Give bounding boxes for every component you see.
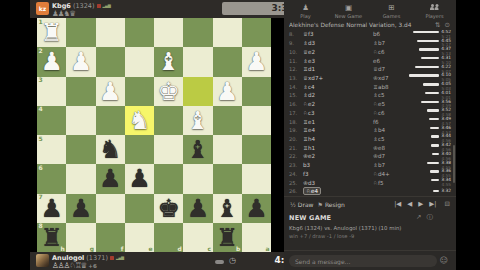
square-g3[interactable] [66, 77, 95, 106]
square-g2[interactable]: ♟ [66, 47, 95, 76]
bottom-streak-bars-icon: ▂▄▆ [116, 255, 124, 260]
zen-pill-icon[interactable] [215, 260, 224, 264]
square-d6[interactable] [154, 164, 183, 193]
resign-flag-icon: ⚑ [318, 201, 323, 208]
white-piece-c4: ♝ [187, 108, 209, 133]
square-c1[interactable] [183, 18, 212, 47]
move-row: 17.♘c3♘c63:524:58 [284, 108, 456, 117]
time-bar [419, 48, 439, 50]
square-b8[interactable]: b♜ [213, 223, 242, 252]
tab-players[interactable]: Players [413, 2, 456, 20]
move-row: 18.♖e1f63:494:57 [284, 117, 456, 126]
black-piece-f5: ♞ [99, 137, 121, 162]
square-c2[interactable] [183, 47, 212, 76]
black-move[interactable]: ♘d4+ [373, 171, 395, 177]
black-piece-h8: ♜ [40, 225, 62, 250]
square-e3[interactable] [125, 77, 154, 106]
square-a2[interactable]: ♟ [242, 47, 271, 76]
move-row: 24.f3♘d4+3:364:55 [284, 170, 456, 179]
white-move[interactable]: ♘e2 [303, 101, 373, 107]
rank-label-1: 1 [39, 19, 43, 25]
white-piece-h1: ♜ [40, 20, 62, 45]
top-captured-tray: ♟♟♞♛ [52, 9, 75, 18]
black-piece-e6: ♟ [128, 166, 150, 191]
white-move[interactable]: f3 [303, 171, 373, 177]
square-b4[interactable] [213, 106, 242, 135]
white-piece-f3: ♟ [99, 79, 121, 104]
square-h4[interactable]: 4 [37, 106, 66, 135]
app-screen: kz Kbg6 (1324) ▂▄▆ ♟♟♞♛ 3:32 1♜2♟♟♝♟3♟♚♟… [0, 0, 480, 270]
rank-label-5: 5 [39, 136, 43, 142]
black-move[interactable]: ♕d7 [373, 66, 395, 72]
draw-button[interactable]: ½ Draw [290, 201, 314, 208]
square-a7[interactable]: ♟ [242, 194, 271, 223]
black-piece-g7: ♟ [70, 196, 92, 221]
black-move[interactable]: ♗b4 [373, 127, 395, 133]
square-b1[interactable] [213, 18, 242, 47]
rank-label-2: 2 [39, 48, 43, 54]
move-list: 8.♕f3b64:525:219.♗d3♗b74:455:1710.♕e2♘c6… [284, 30, 456, 196]
black-piece-h7: ♟ [40, 196, 62, 221]
black-move[interactable]: ♖ab8 [373, 84, 395, 90]
file-label-b: b [236, 246, 240, 252]
square-d2[interactable]: ♝ [154, 47, 183, 76]
first-move-button[interactable]: |◀ [394, 201, 401, 208]
time-bar [432, 153, 439, 155]
square-c8[interactable]: c [183, 223, 212, 252]
top-flag-badge-icon [97, 4, 101, 8]
black-move[interactable]: ♗b7 [373, 162, 395, 168]
game-actions: ½ Draw ⚑ Resign |◀◀▶▶| ⊟ [284, 196, 456, 211]
move-row: 13.♕xd7+♔xd74:105:05 [284, 74, 456, 83]
playback-controls: |◀◀▶▶| [394, 201, 436, 208]
square-g4[interactable] [66, 106, 95, 135]
tab-bar: ♟Play▣New Game⊞GamesPlayers [284, 2, 456, 20]
square-h8[interactable]: 8h♜ [37, 223, 66, 252]
move-row: 9.♗d3♗b74:455:17 [284, 39, 456, 48]
square-b7[interactable]: ♝ [213, 194, 242, 223]
black-piece-f6: ♟ [99, 166, 121, 191]
new-game-section: NEW GAME ↗ ⓘ Kbg6 (1324) vs. Anulogol (1… [289, 213, 451, 239]
black-piece-a7: ♟ [245, 196, 267, 221]
black-move[interactable]: ♘c6 [373, 110, 395, 116]
rank-label-8: 8 [39, 223, 43, 229]
square-g1[interactable] [66, 18, 95, 47]
rank-label-3: 3 [39, 77, 43, 83]
black-move[interactable]: b6 [373, 31, 395, 37]
square-g6[interactable] [66, 164, 95, 193]
square-f3[interactable]: ♟ [96, 77, 125, 106]
white-move[interactable]: ♗d3 [303, 40, 373, 46]
square-g5[interactable] [66, 135, 95, 164]
square-e5[interactable] [125, 135, 154, 164]
white-move[interactable]: ♘e4 [303, 187, 373, 195]
move-row: 12.♖d1♕d74:225:07 [284, 65, 456, 74]
file-label-c: c [207, 246, 211, 252]
white-move[interactable]: ♔e2 [303, 153, 373, 159]
black-piece-b7: ♝ [216, 196, 238, 221]
square-f5[interactable]: ♞ [96, 135, 125, 164]
square-c3[interactable] [183, 77, 212, 106]
time-bar [429, 118, 439, 120]
time-bar [431, 135, 439, 137]
black-move[interactable]: ♘e5 [373, 101, 395, 107]
square-a4[interactable] [242, 106, 271, 135]
white-move[interactable]: ♗d2 [303, 92, 373, 98]
top-player-rating: (1324) [73, 2, 95, 10]
add-time-icon[interactable]: ◷ [229, 256, 236, 265]
bottom-avatar[interactable] [36, 254, 49, 267]
square-e6[interactable]: ♟ [125, 164, 154, 193]
square-d3[interactable]: ♚ [154, 77, 183, 106]
square-a5[interactable] [242, 135, 271, 164]
square-c6[interactable] [183, 164, 212, 193]
time-bar [430, 170, 439, 172]
square-e2[interactable] [125, 47, 154, 76]
material-score: +6 [88, 263, 96, 269]
square-e1[interactable] [125, 18, 154, 47]
chess-board: 1♜2♟♟♝♟3♟♚♟4♞♝5♞♝6♟♟7♟♟♚♟♝♟8h♜gfedcb♜a [37, 18, 271, 252]
square-d1[interactable] [154, 18, 183, 47]
square-c5[interactable]: ♝ [183, 135, 212, 164]
square-a1[interactable] [242, 18, 271, 47]
white-piece-b3: ♟ [216, 79, 238, 104]
black-move[interactable]: ♘f5 [373, 180, 395, 186]
square-f4[interactable] [96, 106, 125, 135]
square-h7[interactable]: 7♟ [37, 194, 66, 223]
white-move[interactable]: ♗c4 [303, 84, 373, 90]
info-icon[interactable]: ⓘ [427, 213, 434, 222]
top-player-bar: kz Kbg6 (1324) ▂▄▆ ♟♟♞♛ 3:32 [30, 0, 302, 18]
white-piece-d3: ♚ [157, 79, 179, 104]
white-piece-g2: ♟ [70, 49, 92, 74]
move-list-scrollbar[interactable] [453, 145, 456, 183]
square-h1[interactable]: 1♜ [37, 18, 66, 47]
side-panel: ♟Play▣New Game⊞GamesPlayers Alekhine's D… [284, 0, 456, 270]
square-f1[interactable] [96, 18, 125, 47]
white-move[interactable]: b3 [303, 162, 373, 168]
square-d8[interactable]: d [154, 223, 183, 252]
square-e8[interactable]: e [125, 223, 154, 252]
bottom-player-bar: Anulogol (1371) ▂▄▆ ♙♙♙♘♖♕+6 ◷ 4:55 [30, 252, 302, 270]
new-game-icon: ▣ [345, 4, 352, 12]
square-f6[interactable]: ♟ [96, 164, 125, 193]
file-label-f: f [121, 246, 124, 252]
time-bar [433, 190, 439, 192]
play-icon: ♟ [302, 4, 309, 12]
time-bar [421, 101, 439, 103]
move-row: 11.♗e3e64:315:10 [284, 56, 456, 65]
previous-move-button[interactable]: ◀ [407, 201, 412, 208]
time-bar [409, 74, 439, 76]
time-bar [431, 179, 439, 181]
chat-input[interactable] [289, 255, 437, 267]
black-move[interactable]: ♔d7 [373, 153, 395, 159]
square-b3[interactable]: ♟ [213, 77, 242, 106]
file-label-h: h [60, 246, 64, 252]
square-d5[interactable] [154, 135, 183, 164]
square-b5[interactable] [213, 135, 242, 164]
top-avatar[interactable]: kz [36, 2, 49, 15]
board-options-icon[interactable]: ⊙ [445, 21, 450, 29]
flip-board-icon[interactable]: ⇅ [435, 21, 440, 29]
rank-label-7: 7 [39, 194, 43, 200]
black-piece-d7: ♚ [157, 196, 179, 221]
time-bar [427, 162, 439, 164]
square-e7[interactable] [125, 194, 154, 223]
move-row: 26.♘e43:32 [284, 187, 456, 196]
next-move-button[interactable]: ▶ [418, 201, 423, 208]
file-label-d: d [177, 246, 181, 252]
tab-play[interactable]: ♟Play [284, 2, 327, 20]
white-move[interactable]: ♖e4 [303, 127, 373, 133]
square-c7[interactable]: ♟ [183, 194, 212, 223]
white-move[interactable]: ♖h4 [303, 136, 373, 142]
white-move[interactable]: ♖d1 [303, 66, 373, 72]
square-h2[interactable]: 2♟ [37, 47, 66, 76]
time-bar [423, 83, 439, 85]
new-game-header: NEW GAME [289, 214, 331, 222]
black-piece-b8: ♜ [216, 225, 238, 250]
white-move[interactable]: ♔d3 [303, 180, 373, 186]
players-icon [430, 4, 440, 12]
square-b6[interactable] [213, 164, 242, 193]
black-move[interactable]: ♗c5 [373, 136, 395, 142]
time-bar [415, 66, 439, 68]
square-a6[interactable] [242, 164, 271, 193]
black-move[interactable]: ♔e8 [373, 145, 395, 151]
move-row: 8.♕f3b64:525:21 [284, 30, 456, 39]
black-move[interactable]: ♗b7 [373, 40, 395, 46]
white-piece-a2: ♟ [245, 49, 267, 74]
white-move[interactable]: ♘c3 [303, 110, 373, 116]
file-label-g: g [90, 246, 94, 252]
square-c4[interactable]: ♝ [183, 106, 212, 135]
chat-bar: ☺ [284, 250, 456, 270]
bottom-flag-badge-icon [110, 256, 114, 260]
move-row: 25.♔d3♘f53:344:55 [284, 178, 456, 187]
layout-icon[interactable]: ⊟ [445, 200, 450, 208]
black-move[interactable]: f6 [373, 119, 395, 125]
black-move[interactable]: ♘c6 [373, 49, 395, 55]
square-e4[interactable]: ♞ [125, 106, 154, 135]
time-bar [427, 109, 439, 111]
tab-games[interactable]: ⊞Games [370, 2, 413, 20]
square-g7[interactable]: ♟ [66, 194, 95, 223]
time-bar [413, 31, 439, 33]
white-move[interactable]: ♗e3 [303, 58, 373, 64]
white-piece-d2: ♝ [157, 49, 179, 74]
time-bar [431, 144, 439, 146]
rank-label-6: 6 [39, 165, 43, 171]
move-row: 16.♘e2♘e53:564:59 [284, 100, 456, 109]
white-piece-e4: ♞ [128, 108, 150, 133]
white-move[interactable]: ♖h1 [303, 145, 373, 151]
move-row: 19.♖e4♗b43:464:57 [284, 126, 456, 135]
square-h6[interactable]: 6 [37, 164, 66, 193]
white-piece-h2: ♟ [40, 49, 62, 74]
rank-label-4: 4 [39, 106, 43, 112]
rating-stakes-text: win +7 / draw -1 / lose -9 [289, 233, 451, 239]
bottom-captured-tray: ♙♙♙♘♖♕+6 [52, 261, 97, 270]
resign-button[interactable]: ⚑ Resign [318, 201, 345, 208]
square-b2[interactable] [213, 47, 242, 76]
black-move[interactable]: ♗c5 [373, 92, 395, 98]
top-streak-bars-icon: ▂▄▆ [103, 3, 111, 8]
move-row: 23.b3♗b73:384:55 [284, 161, 456, 170]
time-bar [430, 127, 439, 129]
move-row: 21.♖h1♔e83:424:56 [284, 143, 456, 152]
square-h5[interactable]: 5 [37, 135, 66, 164]
black-piece-c5: ♝ [187, 137, 209, 162]
matchup-text: Kbg6 (1324) vs. Anulogol (1371) (10 min) [289, 225, 451, 231]
white-move[interactable]: ♖e1 [303, 119, 373, 125]
half-point-icon: ½ [290, 201, 296, 208]
last-move-button[interactable]: ▶| [429, 201, 436, 208]
white-move[interactable]: ♕e2 [303, 49, 373, 55]
square-a8[interactable]: a [242, 223, 271, 252]
games-icon: ⊞ [388, 4, 394, 12]
time-bar [421, 57, 439, 59]
square-f7[interactable] [96, 194, 125, 223]
file-label-e: e [148, 246, 152, 252]
move-row: 15.♗d2♗c54:015:01 [284, 91, 456, 100]
smiley-icon[interactable]: ☺ [440, 257, 448, 265]
move-row: 14.♗c4♖ab84:055:03 [284, 82, 456, 91]
square-h3[interactable]: 3 [37, 77, 66, 106]
black-move[interactable]: ♔xd7 [373, 75, 395, 81]
move-row: 20.♖h4♗c53:444:56 [284, 135, 456, 144]
square-d4[interactable] [154, 106, 183, 135]
share-icon[interactable]: ↗ [416, 213, 421, 222]
black-move[interactable]: e6 [373, 58, 395, 64]
time-bar [425, 92, 439, 94]
square-f2[interactable] [96, 47, 125, 76]
square-f8[interactable]: f [96, 223, 125, 252]
black-piece-c7: ♟ [187, 196, 209, 221]
tab-new-game[interactable]: ▣New Game [327, 2, 370, 20]
opening-name: Alekhine's Defense Normal Variation, 3.d… [289, 22, 427, 28]
move-row: 10.♕e2♘c64:375:13 [284, 47, 456, 56]
square-d7[interactable]: ♚ [154, 194, 183, 223]
white-move[interactable]: ♕xd7+ [303, 75, 373, 81]
move-row: 22.♔e2♔d73:404:56 [284, 152, 456, 161]
white-move[interactable]: ♕f3 [303, 31, 373, 37]
time-bar [417, 40, 439, 42]
square-a3[interactable] [242, 77, 271, 106]
file-label-a: a [265, 246, 269, 252]
square-g8[interactable]: g [66, 223, 95, 252]
